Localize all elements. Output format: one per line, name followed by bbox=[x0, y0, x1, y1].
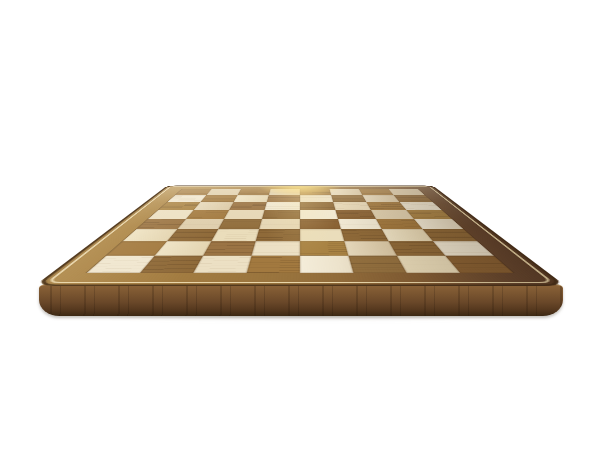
square-r3c2[interactable] bbox=[224, 210, 265, 219]
square-r3c4[interactable] bbox=[300, 210, 338, 219]
square-r3c7[interactable] bbox=[406, 210, 452, 219]
square-r6c3[interactable] bbox=[252, 241, 300, 255]
square-r7c4[interactable] bbox=[300, 256, 353, 273]
square-r1c3[interactable] bbox=[267, 195, 300, 202]
square-r6c2[interactable] bbox=[203, 241, 255, 255]
square-r1c4[interactable] bbox=[300, 195, 333, 202]
square-r2c4[interactable] bbox=[300, 202, 335, 210]
square-r2c3[interactable] bbox=[265, 202, 300, 210]
square-r5c2[interactable] bbox=[211, 229, 259, 241]
chess-board bbox=[34, 186, 565, 286]
square-r1c2[interactable] bbox=[234, 195, 269, 202]
square-r4c4[interactable] bbox=[300, 219, 341, 229]
board-photo bbox=[0, 0, 600, 450]
square-r4c2[interactable] bbox=[218, 219, 262, 229]
square-r5c3[interactable] bbox=[256, 229, 300, 241]
square-r5c4[interactable] bbox=[300, 229, 344, 241]
square-r3c1[interactable] bbox=[186, 210, 229, 219]
playing-area bbox=[87, 189, 513, 272]
square-r4c5[interactable] bbox=[338, 219, 382, 229]
square-r6c4[interactable] bbox=[300, 241, 348, 255]
square-r3c3[interactable] bbox=[262, 210, 300, 219]
square-r5c7[interactable] bbox=[423, 229, 478, 241]
board-side-face bbox=[39, 284, 563, 316]
square-r1c1[interactable] bbox=[200, 195, 237, 202]
square-r4c3[interactable] bbox=[259, 219, 300, 229]
square-r7c3[interactable] bbox=[247, 256, 300, 273]
square-r2c5[interactable] bbox=[333, 202, 371, 210]
square-r3c5[interactable] bbox=[335, 210, 376, 219]
square-r5c1[interactable] bbox=[167, 229, 218, 241]
square-r1c7[interactable] bbox=[394, 195, 433, 202]
square-r2c1[interactable] bbox=[194, 202, 234, 210]
square-r4c7[interactable] bbox=[414, 219, 464, 229]
square-r2c7[interactable] bbox=[400, 202, 442, 210]
square-r5c5[interactable] bbox=[341, 229, 389, 241]
square-r1c5[interactable] bbox=[331, 195, 366, 202]
square-r4c1[interactable] bbox=[177, 219, 224, 229]
square-r7c2[interactable] bbox=[193, 256, 251, 273]
square-r2c2[interactable] bbox=[229, 202, 267, 210]
